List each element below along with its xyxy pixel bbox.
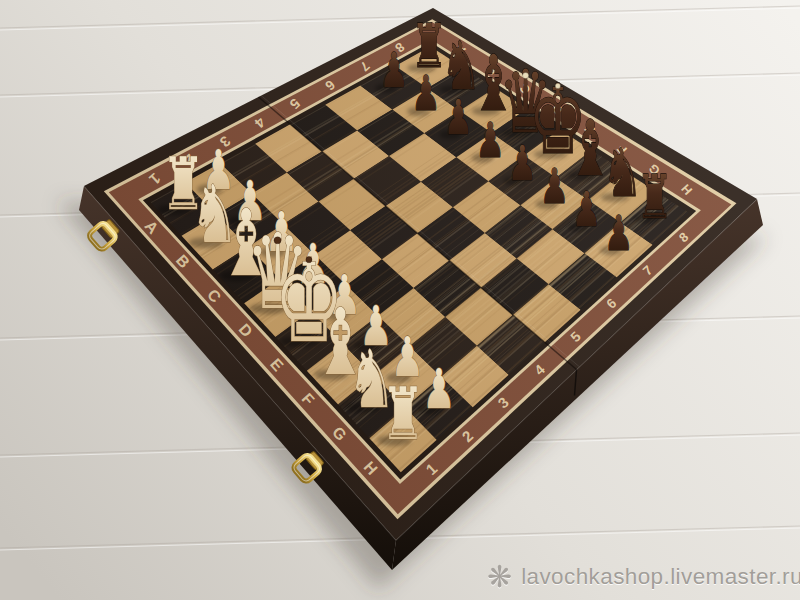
watermark-text: lavochkashop.livemaster.ru bbox=[521, 564, 800, 590]
piece-black-pawn-f7: ♟ bbox=[540, 159, 569, 215]
watermark: ❋ lavochkashop.livemaster.ru bbox=[487, 556, 797, 598]
piece-white-pawn-h2: ♟ bbox=[422, 356, 455, 420]
piece-white-rook-h1: ♜ bbox=[381, 373, 425, 457]
product-photo: AABBCCDDEEFFGGHH1122334455667788♜♟♞♝♟♛♟♚… bbox=[0, 0, 800, 600]
piece-black-pawn-b7: ♟ bbox=[411, 66, 440, 122]
piece-black-pawn-a7: ♟ bbox=[379, 43, 408, 99]
finial-d8 bbox=[523, 73, 529, 79]
chess-board-photo-canvas: AABBCCDDEEFFGGHH1122334455667788♜♟♞♝♟♛♟♚… bbox=[0, 0, 800, 600]
piece-black-rook-h8: ♜ bbox=[636, 162, 673, 232]
finial-e1 bbox=[306, 257, 312, 263]
piece-black-pawn-h7: ♟ bbox=[604, 205, 633, 261]
piece-black-pawn-e7: ♟ bbox=[508, 136, 537, 192]
finial-e8 bbox=[555, 83, 560, 88]
piece-black-pawn-g7: ♟ bbox=[572, 182, 601, 238]
snowflake-logo-icon: ❋ bbox=[487, 562, 512, 592]
piece-black-pawn-c7: ♟ bbox=[443, 89, 472, 145]
piece-black-pawn-d7: ♟ bbox=[476, 112, 505, 168]
